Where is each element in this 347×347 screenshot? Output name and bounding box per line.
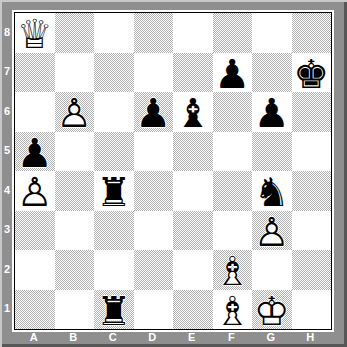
square-c3[interactable]	[94, 211, 134, 251]
white-pawn: ♟♙	[15, 172, 55, 212]
square-a6[interactable]	[15, 92, 55, 132]
black-bishop: ♝	[173, 93, 213, 133]
file-label-e: E	[172, 330, 212, 344]
rank-label-4: 4	[0, 170, 14, 210]
square-c2[interactable]	[94, 250, 134, 290]
rank-label-5: 5	[0, 131, 14, 171]
square-h5[interactable]	[292, 132, 332, 172]
white-king-fill: ♚	[254, 291, 290, 331]
white-bishop-outline: ♗	[214, 251, 250, 291]
square-f4[interactable]	[213, 171, 253, 211]
file-label-h: H	[291, 330, 331, 344]
square-d8[interactable]	[134, 13, 174, 53]
square-h1[interactable]	[292, 290, 332, 330]
black-pawn-glyph: ♟	[17, 133, 53, 173]
file-label-f: F	[212, 330, 252, 344]
square-e7[interactable]	[173, 53, 213, 93]
square-g6[interactable]: ♟	[252, 92, 292, 132]
white-pawn-fill: ♟	[56, 93, 92, 133]
square-b1[interactable]	[55, 290, 95, 330]
white-king: ♚♔	[252, 291, 292, 331]
square-f2[interactable]: ♝♗	[213, 250, 253, 290]
black-pawn: ♟	[134, 93, 174, 133]
black-rook-glyph: ♜	[96, 172, 132, 212]
square-g7[interactable]	[252, 53, 292, 93]
square-b7[interactable]	[55, 53, 95, 93]
black-knight-glyph: ♞	[254, 172, 290, 212]
square-d1[interactable]	[134, 290, 174, 330]
square-a5[interactable]: ♟	[15, 132, 55, 172]
file-label-c: C	[93, 330, 133, 344]
square-a4[interactable]: ♟♙	[15, 171, 55, 211]
black-knight: ♞	[252, 172, 292, 212]
square-f7[interactable]: ♟	[213, 53, 253, 93]
square-e1[interactable]	[173, 290, 213, 330]
file-label-b: B	[54, 330, 94, 344]
chess-diagram: 87654321 ♛♕♟♚♟♙♟♝♟♟♟♙♜♞♟♙♝♗♜♝♗♚♔ ABCDEFG…	[0, 0, 347, 347]
square-b6[interactable]: ♟♙	[55, 92, 95, 132]
square-e5[interactable]	[173, 132, 213, 172]
square-c6[interactable]	[94, 92, 134, 132]
square-c1[interactable]: ♜	[94, 290, 134, 330]
square-f1[interactable]: ♝♗	[213, 290, 253, 330]
rank-label-7: 7	[0, 52, 14, 92]
file-labels: ABCDEFGH	[14, 330, 330, 344]
white-bishop-fill: ♝	[214, 291, 250, 331]
square-h6[interactable]	[292, 92, 332, 132]
black-pawn: ♟	[252, 93, 292, 133]
white-queen-fill: ♛	[17, 14, 53, 54]
rank-label-2: 2	[0, 249, 14, 289]
white-pawn-fill: ♟	[17, 172, 53, 212]
white-bishop-outline: ♗	[214, 291, 250, 331]
white-queen: ♛♕	[15, 14, 55, 54]
square-g4[interactable]: ♞	[252, 171, 292, 211]
chess-board: ♛♕♟♚♟♙♟♝♟♟♟♙♜♞♟♙♝♗♜♝♗♚♔	[14, 12, 332, 330]
file-label-g: G	[251, 330, 291, 344]
white-pawn: ♟♙	[252, 212, 292, 252]
black-rook-glyph: ♜	[96, 291, 132, 331]
square-g5[interactable]	[252, 132, 292, 172]
black-rook: ♜	[94, 172, 134, 212]
rank-label-8: 8	[0, 12, 14, 52]
square-a2[interactable]	[15, 250, 55, 290]
square-h4[interactable]	[292, 171, 332, 211]
black-pawn-glyph: ♟	[135, 93, 171, 133]
white-pawn-fill: ♟	[254, 212, 290, 252]
black-rook: ♜	[94, 291, 134, 331]
black-pawn-glyph: ♟	[254, 93, 290, 133]
square-b5[interactable]	[55, 132, 95, 172]
white-bishop: ♝♗	[213, 291, 253, 331]
square-c4[interactable]: ♜	[94, 171, 134, 211]
white-pawn-outline: ♙	[56, 93, 92, 133]
square-a3[interactable]	[15, 211, 55, 251]
black-king-glyph: ♚	[293, 54, 329, 94]
rank-labels: 87654321	[0, 12, 14, 328]
square-d7[interactable]	[134, 53, 174, 93]
black-king: ♚	[292, 54, 332, 94]
square-d2[interactable]	[134, 250, 174, 290]
square-h2[interactable]	[292, 250, 332, 290]
square-e6[interactable]: ♝	[173, 92, 213, 132]
white-king-outline: ♔	[254, 291, 290, 331]
square-h8[interactable]	[292, 13, 332, 53]
white-pawn-outline: ♙	[254, 212, 290, 252]
white-bishop-fill: ♝	[214, 251, 250, 291]
square-b8[interactable]	[55, 13, 95, 53]
square-e4[interactable]	[173, 171, 213, 211]
square-d3[interactable]	[134, 211, 174, 251]
square-h7[interactable]: ♚	[292, 53, 332, 93]
white-queen-outline: ♕	[17, 14, 53, 54]
rank-label-6: 6	[0, 91, 14, 131]
square-c8[interactable]	[94, 13, 134, 53]
square-c7[interactable]	[94, 53, 134, 93]
white-pawn: ♟♙	[55, 93, 95, 133]
square-d5[interactable]	[134, 132, 174, 172]
black-pawn-glyph: ♟	[214, 54, 250, 94]
square-f6[interactable]	[213, 92, 253, 132]
square-g8[interactable]	[252, 13, 292, 53]
square-e2[interactable]	[173, 250, 213, 290]
black-pawn: ♟	[15, 133, 55, 173]
square-d4[interactable]	[134, 171, 174, 211]
square-a1[interactable]	[15, 290, 55, 330]
square-h3[interactable]	[292, 211, 332, 251]
white-pawn-outline: ♙	[17, 172, 53, 212]
black-bishop-glyph: ♝	[175, 93, 211, 133]
square-c5[interactable]	[94, 132, 134, 172]
square-b4[interactable]	[55, 171, 95, 211]
square-e8[interactable]	[173, 13, 213, 53]
square-g2[interactable]	[252, 250, 292, 290]
square-a7[interactable]	[15, 53, 55, 93]
square-d6[interactable]: ♟	[134, 92, 174, 132]
square-b2[interactable]	[55, 250, 95, 290]
file-label-a: A	[14, 330, 54, 344]
rank-label-1: 1	[0, 289, 14, 329]
file-label-d: D	[133, 330, 173, 344]
square-a8[interactable]: ♛♕	[15, 13, 55, 53]
square-g1[interactable]: ♚♔	[252, 290, 292, 330]
square-b3[interactable]	[55, 211, 95, 251]
square-e3[interactable]	[173, 211, 213, 251]
square-f3[interactable]	[213, 211, 253, 251]
square-f5[interactable]	[213, 132, 253, 172]
square-f8[interactable]	[213, 13, 253, 53]
square-g3[interactable]: ♟♙	[252, 211, 292, 251]
white-bishop: ♝♗	[213, 251, 253, 291]
rank-label-3: 3	[0, 210, 14, 250]
black-pawn: ♟	[213, 54, 253, 94]
